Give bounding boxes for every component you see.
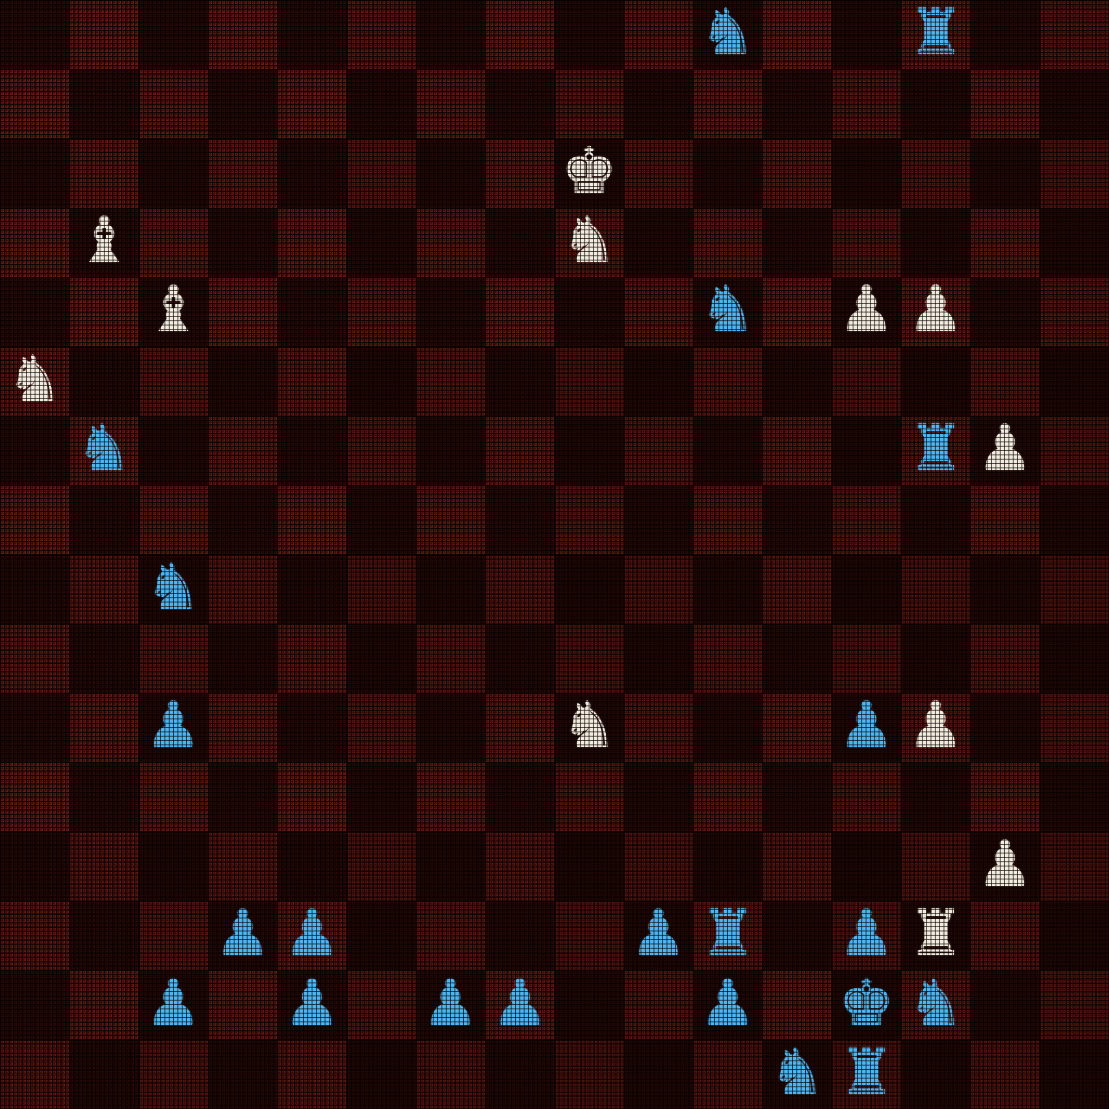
square-r2-c8[interactable]: ♚ xyxy=(555,139,624,208)
square-r2-c9[interactable] xyxy=(624,139,693,208)
square-r4-c11[interactable] xyxy=(762,277,831,346)
square-r15-c8[interactable] xyxy=(555,1040,624,1109)
square-r14-c11[interactable] xyxy=(762,970,831,1039)
square-r10-c12[interactable]: ♟ xyxy=(832,693,901,762)
square-r6-c5[interactable] xyxy=(347,416,416,485)
white-pawn[interactable]: ♟ xyxy=(976,414,1033,483)
square-r8-c3[interactable] xyxy=(208,555,277,624)
square-r15-c7[interactable] xyxy=(485,1040,554,1109)
square-r11-c14[interactable] xyxy=(970,762,1039,831)
square-r6-c0[interactable] xyxy=(0,416,69,485)
square-r10-c5[interactable] xyxy=(347,693,416,762)
square-r12-c14[interactable]: ♟ xyxy=(970,832,1039,901)
blue-pawn[interactable]: ♟ xyxy=(422,969,479,1038)
white-knight[interactable]: ♞ xyxy=(560,206,617,275)
square-r14-c2[interactable]: ♟ xyxy=(139,970,208,1039)
square-r6-c11[interactable] xyxy=(762,416,831,485)
square-r2-c2[interactable] xyxy=(139,139,208,208)
square-r11-c8[interactable] xyxy=(555,762,624,831)
square-r3-c10[interactable] xyxy=(693,208,762,277)
white-pawn[interactable]: ♟ xyxy=(976,830,1033,899)
square-r4-c13[interactable]: ♟ xyxy=(901,277,970,346)
square-r13-c6[interactable] xyxy=(416,901,485,970)
square-r5-c15[interactable] xyxy=(1040,347,1109,416)
square-r4-c2[interactable]: ♝ xyxy=(139,277,208,346)
square-r15-c2[interactable] xyxy=(139,1040,208,1109)
square-r7-c2[interactable] xyxy=(139,485,208,554)
square-r9-c6[interactable] xyxy=(416,624,485,693)
square-r13-c9[interactable]: ♟ xyxy=(624,901,693,970)
square-r13-c13[interactable]: ♜ xyxy=(901,901,970,970)
square-r15-c1[interactable] xyxy=(69,1040,138,1109)
square-r9-c14[interactable] xyxy=(970,624,1039,693)
square-r9-c12[interactable] xyxy=(832,624,901,693)
square-r10-c11[interactable] xyxy=(762,693,831,762)
square-r4-c15[interactable] xyxy=(1040,277,1109,346)
square-r13-c5[interactable] xyxy=(347,901,416,970)
blue-pawn[interactable]: ♟ xyxy=(145,691,202,760)
square-r8-c2[interactable]: ♞ xyxy=(139,555,208,624)
square-r1-c5[interactable] xyxy=(347,69,416,138)
square-r8-c6[interactable] xyxy=(416,555,485,624)
square-r3-c1[interactable]: ♝ xyxy=(69,208,138,277)
square-r4-c9[interactable] xyxy=(624,277,693,346)
square-r4-c3[interactable] xyxy=(208,277,277,346)
square-r1-c0[interactable] xyxy=(0,69,69,138)
square-r12-c11[interactable] xyxy=(762,832,831,901)
square-r13-c12[interactable]: ♟ xyxy=(832,901,901,970)
square-r11-c11[interactable] xyxy=(762,762,831,831)
square-r5-c0[interactable]: ♞ xyxy=(0,347,69,416)
square-r15-c13[interactable] xyxy=(901,1040,970,1109)
square-r15-c12[interactable]: ♜ xyxy=(832,1040,901,1109)
square-r12-c10[interactable] xyxy=(693,832,762,901)
square-r3-c13[interactable] xyxy=(901,208,970,277)
square-r3-c4[interactable] xyxy=(277,208,346,277)
square-r8-c8[interactable] xyxy=(555,555,624,624)
square-r9-c3[interactable] xyxy=(208,624,277,693)
square-r1-c1[interactable] xyxy=(69,69,138,138)
square-r1-c13[interactable] xyxy=(901,69,970,138)
square-r12-c2[interactable] xyxy=(139,832,208,901)
square-r12-c8[interactable] xyxy=(555,832,624,901)
square-r1-c7[interactable] xyxy=(485,69,554,138)
square-r11-c4[interactable] xyxy=(277,762,346,831)
square-r9-c4[interactable] xyxy=(277,624,346,693)
white-pawn[interactable]: ♟ xyxy=(838,275,895,344)
square-r15-c5[interactable] xyxy=(347,1040,416,1109)
square-r11-c7[interactable] xyxy=(485,762,554,831)
square-r14-c12[interactable]: ♚ xyxy=(832,970,901,1039)
square-r9-c7[interactable] xyxy=(485,624,554,693)
square-r3-c6[interactable] xyxy=(416,208,485,277)
square-r15-c4[interactable] xyxy=(277,1040,346,1109)
square-r7-c9[interactable] xyxy=(624,485,693,554)
square-r0-c15[interactable] xyxy=(1040,0,1109,69)
square-r10-c9[interactable] xyxy=(624,693,693,762)
square-r7-c4[interactable] xyxy=(277,485,346,554)
blue-knight[interactable]: ♞ xyxy=(75,414,132,483)
square-r13-c14[interactable] xyxy=(970,901,1039,970)
square-r0-c1[interactable] xyxy=(69,0,138,69)
square-r5-c7[interactable] xyxy=(485,347,554,416)
square-r11-c3[interactable] xyxy=(208,762,277,831)
square-r10-c6[interactable] xyxy=(416,693,485,762)
square-r2-c13[interactable] xyxy=(901,139,970,208)
square-r3-c5[interactable] xyxy=(347,208,416,277)
square-r11-c12[interactable] xyxy=(832,762,901,831)
square-r7-c10[interactable] xyxy=(693,485,762,554)
square-r5-c2[interactable] xyxy=(139,347,208,416)
square-r7-c13[interactable] xyxy=(901,485,970,554)
square-r10-c2[interactable]: ♟ xyxy=(139,693,208,762)
white-king[interactable]: ♚ xyxy=(560,137,617,206)
square-r5-c1[interactable] xyxy=(69,347,138,416)
square-r7-c1[interactable] xyxy=(69,485,138,554)
square-r13-c15[interactable] xyxy=(1040,901,1109,970)
blue-pawn[interactable]: ♟ xyxy=(630,899,687,968)
square-r4-c1[interactable] xyxy=(69,277,138,346)
square-r1-c2[interactable] xyxy=(139,69,208,138)
square-r2-c5[interactable] xyxy=(347,139,416,208)
square-r11-c9[interactable] xyxy=(624,762,693,831)
square-r14-c14[interactable] xyxy=(970,970,1039,1039)
square-r12-c13[interactable] xyxy=(901,832,970,901)
white-rook[interactable]: ♜ xyxy=(907,899,964,968)
square-r0-c14[interactable] xyxy=(970,0,1039,69)
square-r8-c9[interactable] xyxy=(624,555,693,624)
square-r9-c5[interactable] xyxy=(347,624,416,693)
white-bishop[interactable]: ♝ xyxy=(145,275,202,344)
square-r0-c10[interactable]: ♞ xyxy=(693,0,762,69)
square-r15-c14[interactable] xyxy=(970,1040,1039,1109)
square-r1-c10[interactable] xyxy=(693,69,762,138)
square-r15-c9[interactable] xyxy=(624,1040,693,1109)
square-r9-c10[interactable] xyxy=(693,624,762,693)
square-r10-c15[interactable] xyxy=(1040,693,1109,762)
square-r15-c3[interactable] xyxy=(208,1040,277,1109)
square-r0-c2[interactable] xyxy=(139,0,208,69)
square-r2-c15[interactable] xyxy=(1040,139,1109,208)
square-r3-c8[interactable]: ♞ xyxy=(555,208,624,277)
square-r6-c14[interactable]: ♟ xyxy=(970,416,1039,485)
square-r2-c10[interactable] xyxy=(693,139,762,208)
square-r3-c0[interactable] xyxy=(0,208,69,277)
square-r3-c12[interactable] xyxy=(832,208,901,277)
square-r1-c3[interactable] xyxy=(208,69,277,138)
square-r11-c13[interactable] xyxy=(901,762,970,831)
square-r10-c4[interactable] xyxy=(277,693,346,762)
square-r5-c4[interactable] xyxy=(277,347,346,416)
square-r14-c9[interactable] xyxy=(624,970,693,1039)
square-r14-c3[interactable] xyxy=(208,970,277,1039)
square-r1-c15[interactable] xyxy=(1040,69,1109,138)
square-r6-c12[interactable] xyxy=(832,416,901,485)
square-r5-c8[interactable] xyxy=(555,347,624,416)
square-r5-c12[interactable] xyxy=(832,347,901,416)
square-r12-c0[interactable] xyxy=(0,832,69,901)
square-r11-c5[interactable] xyxy=(347,762,416,831)
square-r3-c15[interactable] xyxy=(1040,208,1109,277)
square-r11-c10[interactable] xyxy=(693,762,762,831)
square-r13-c10[interactable]: ♜ xyxy=(693,901,762,970)
square-r0-c7[interactable] xyxy=(485,0,554,69)
square-r13-c7[interactable] xyxy=(485,901,554,970)
blue-knight[interactable]: ♞ xyxy=(145,553,202,622)
square-r1-c11[interactable] xyxy=(762,69,831,138)
square-r12-c6[interactable] xyxy=(416,832,485,901)
square-r13-c1[interactable] xyxy=(69,901,138,970)
blue-pawn[interactable]: ♟ xyxy=(838,899,895,968)
square-r12-c3[interactable] xyxy=(208,832,277,901)
square-r1-c9[interactable] xyxy=(624,69,693,138)
square-r8-c7[interactable] xyxy=(485,555,554,624)
square-r6-c3[interactable] xyxy=(208,416,277,485)
square-r6-c15[interactable] xyxy=(1040,416,1109,485)
square-r8-c15[interactable] xyxy=(1040,555,1109,624)
square-r3-c3[interactable] xyxy=(208,208,277,277)
square-r4-c14[interactable] xyxy=(970,277,1039,346)
square-r8-c5[interactable] xyxy=(347,555,416,624)
square-r7-c14[interactable] xyxy=(970,485,1039,554)
square-r0-c9[interactable] xyxy=(624,0,693,69)
square-r9-c2[interactable] xyxy=(139,624,208,693)
square-r11-c15[interactable] xyxy=(1040,762,1109,831)
square-r0-c6[interactable] xyxy=(416,0,485,69)
square-r13-c3[interactable]: ♟ xyxy=(208,901,277,970)
chess-board: ♞♜♚♝♞♝♞♟♟♞♞♜♟♞♟♞♟♟♟♟♟♟♜♟♜♟♟♟♟♟♚♞♞♜ xyxy=(0,0,1109,1109)
square-r1-c14[interactable] xyxy=(970,69,1039,138)
square-r8-c13[interactable] xyxy=(901,555,970,624)
square-r2-c14[interactable] xyxy=(970,139,1039,208)
square-r7-c0[interactable] xyxy=(0,485,69,554)
square-r0-c0[interactable] xyxy=(0,0,69,69)
blue-pawn[interactable]: ♟ xyxy=(283,899,340,968)
square-r5-c3[interactable] xyxy=(208,347,277,416)
square-r14-c0[interactable] xyxy=(0,970,69,1039)
blue-rook[interactable]: ♜ xyxy=(907,0,964,67)
square-r12-c7[interactable] xyxy=(485,832,554,901)
square-r0-c4[interactable] xyxy=(277,0,346,69)
square-r5-c14[interactable] xyxy=(970,347,1039,416)
square-r7-c5[interactable] xyxy=(347,485,416,554)
square-r9-c9[interactable] xyxy=(624,624,693,693)
square-r5-c5[interactable] xyxy=(347,347,416,416)
square-r10-c8[interactable]: ♞ xyxy=(555,693,624,762)
square-r7-c7[interactable] xyxy=(485,485,554,554)
square-r15-c0[interactable] xyxy=(0,1040,69,1109)
blue-pawn[interactable]: ♟ xyxy=(838,691,895,760)
square-r3-c7[interactable] xyxy=(485,208,554,277)
square-r5-c9[interactable] xyxy=(624,347,693,416)
square-r5-c10[interactable] xyxy=(693,347,762,416)
square-r9-c1[interactable] xyxy=(69,624,138,693)
square-r13-c0[interactable] xyxy=(0,901,69,970)
square-r0-c3[interactable] xyxy=(208,0,277,69)
square-r2-c1[interactable] xyxy=(69,139,138,208)
square-r6-c1[interactable]: ♞ xyxy=(69,416,138,485)
square-r11-c2[interactable] xyxy=(139,762,208,831)
square-r6-c10[interactable] xyxy=(693,416,762,485)
square-r0-c12[interactable] xyxy=(832,0,901,69)
square-r10-c7[interactable] xyxy=(485,693,554,762)
square-r9-c15[interactable] xyxy=(1040,624,1109,693)
blue-pawn[interactable]: ♟ xyxy=(699,969,756,1038)
square-r14-c7[interactable]: ♟ xyxy=(485,970,554,1039)
white-pawn[interactable]: ♟ xyxy=(907,691,964,760)
square-r12-c15[interactable] xyxy=(1040,832,1109,901)
square-r2-c3[interactable] xyxy=(208,139,277,208)
square-r1-c4[interactable] xyxy=(277,69,346,138)
square-r13-c2[interactable] xyxy=(139,901,208,970)
square-r4-c8[interactable] xyxy=(555,277,624,346)
square-r9-c0[interactable] xyxy=(0,624,69,693)
square-r7-c11[interactable] xyxy=(762,485,831,554)
square-r2-c11[interactable] xyxy=(762,139,831,208)
blue-rook[interactable]: ♜ xyxy=(907,414,964,483)
square-r4-c10[interactable]: ♞ xyxy=(693,277,762,346)
square-r13-c11[interactable] xyxy=(762,901,831,970)
square-r8-c1[interactable] xyxy=(69,555,138,624)
square-r13-c8[interactable] xyxy=(555,901,624,970)
blue-knight[interactable]: ♞ xyxy=(768,1038,825,1107)
square-r4-c0[interactable] xyxy=(0,277,69,346)
square-r10-c13[interactable]: ♟ xyxy=(901,693,970,762)
square-r2-c7[interactable] xyxy=(485,139,554,208)
blue-pawn[interactable]: ♟ xyxy=(145,969,202,1038)
square-r1-c8[interactable] xyxy=(555,69,624,138)
blue-rook[interactable]: ♜ xyxy=(699,899,756,968)
square-r11-c0[interactable] xyxy=(0,762,69,831)
square-r7-c3[interactable] xyxy=(208,485,277,554)
square-r7-c15[interactable] xyxy=(1040,485,1109,554)
square-r0-c5[interactable] xyxy=(347,0,416,69)
square-r8-c11[interactable] xyxy=(762,555,831,624)
square-r14-c10[interactable]: ♟ xyxy=(693,970,762,1039)
square-r13-c4[interactable]: ♟ xyxy=(277,901,346,970)
square-r9-c8[interactable] xyxy=(555,624,624,693)
square-r10-c3[interactable] xyxy=(208,693,277,762)
square-r9-c13[interactable] xyxy=(901,624,970,693)
square-r3-c9[interactable] xyxy=(624,208,693,277)
square-r15-c10[interactable] xyxy=(693,1040,762,1109)
square-r3-c11[interactable] xyxy=(762,208,831,277)
square-r7-c6[interactable] xyxy=(416,485,485,554)
square-r4-c4[interactable] xyxy=(277,277,346,346)
square-r10-c1[interactable] xyxy=(69,693,138,762)
square-r6-c8[interactable] xyxy=(555,416,624,485)
blue-king[interactable]: ♚ xyxy=(838,969,895,1038)
square-r6-c7[interactable] xyxy=(485,416,554,485)
white-knight[interactable]: ♞ xyxy=(560,691,617,760)
blue-knight[interactable]: ♞ xyxy=(907,969,964,1038)
square-r5-c6[interactable] xyxy=(416,347,485,416)
square-r10-c0[interactable] xyxy=(0,693,69,762)
blue-pawn[interactable]: ♟ xyxy=(214,899,271,968)
blue-knight[interactable]: ♞ xyxy=(699,0,756,67)
square-r2-c6[interactable] xyxy=(416,139,485,208)
square-r3-c14[interactable] xyxy=(970,208,1039,277)
square-r5-c11[interactable] xyxy=(762,347,831,416)
square-r8-c14[interactable] xyxy=(970,555,1039,624)
square-r3-c2[interactable] xyxy=(139,208,208,277)
square-r12-c4[interactable] xyxy=(277,832,346,901)
blue-pawn[interactable]: ♟ xyxy=(491,969,548,1038)
square-r14-c5[interactable] xyxy=(347,970,416,1039)
square-r14-c1[interactable] xyxy=(69,970,138,1039)
blue-knight[interactable]: ♞ xyxy=(699,275,756,344)
square-r2-c12[interactable] xyxy=(832,139,901,208)
blue-rook[interactable]: ♜ xyxy=(838,1038,895,1107)
square-r8-c4[interactable] xyxy=(277,555,346,624)
square-r1-c6[interactable] xyxy=(416,69,485,138)
square-r6-c4[interactable] xyxy=(277,416,346,485)
square-r9-c11[interactable] xyxy=(762,624,831,693)
square-r6-c13[interactable]: ♜ xyxy=(901,416,970,485)
square-r14-c4[interactable]: ♟ xyxy=(277,970,346,1039)
square-r15-c15[interactable] xyxy=(1040,1040,1109,1109)
square-r7-c12[interactable] xyxy=(832,485,901,554)
square-r15-c6[interactable] xyxy=(416,1040,485,1109)
square-r2-c4[interactable] xyxy=(277,139,346,208)
square-r11-c6[interactable] xyxy=(416,762,485,831)
square-r4-c7[interactable] xyxy=(485,277,554,346)
square-r10-c14[interactable] xyxy=(970,693,1039,762)
square-r7-c8[interactable] xyxy=(555,485,624,554)
square-r12-c1[interactable] xyxy=(69,832,138,901)
square-r11-c1[interactable] xyxy=(69,762,138,831)
square-r12-c5[interactable] xyxy=(347,832,416,901)
square-r6-c6[interactable] xyxy=(416,416,485,485)
square-r1-c12[interactable] xyxy=(832,69,901,138)
white-pawn[interactable]: ♟ xyxy=(907,275,964,344)
square-r5-c13[interactable] xyxy=(901,347,970,416)
square-r2-c0[interactable] xyxy=(0,139,69,208)
square-r12-c12[interactable] xyxy=(832,832,901,901)
square-r0-c13[interactable]: ♜ xyxy=(901,0,970,69)
square-r14-c13[interactable]: ♞ xyxy=(901,970,970,1039)
square-r0-c8[interactable] xyxy=(555,0,624,69)
blue-pawn[interactable]: ♟ xyxy=(283,969,340,1038)
square-r8-c0[interactable] xyxy=(0,555,69,624)
square-r8-c12[interactable] xyxy=(832,555,901,624)
board-grid: ♞♜♚♝♞♝♞♟♟♞♞♜♟♞♟♞♟♟♟♟♟♟♜♟♜♟♟♟♟♟♚♞♞♜ xyxy=(0,0,1109,1109)
square-r4-c5[interactable] xyxy=(347,277,416,346)
square-r14-c15[interactable] xyxy=(1040,970,1109,1039)
square-r4-c6[interactable] xyxy=(416,277,485,346)
white-bishop[interactable]: ♝ xyxy=(75,206,132,275)
square-r12-c9[interactable] xyxy=(624,832,693,901)
white-knight[interactable]: ♞ xyxy=(6,345,63,414)
square-r6-c9[interactable] xyxy=(624,416,693,485)
square-r10-c10[interactable] xyxy=(693,693,762,762)
square-r15-c11[interactable]: ♞ xyxy=(762,1040,831,1109)
square-r14-c6[interactable]: ♟ xyxy=(416,970,485,1039)
square-r8-c10[interactable] xyxy=(693,555,762,624)
square-r0-c11[interactable] xyxy=(762,0,831,69)
square-r4-c12[interactable]: ♟ xyxy=(832,277,901,346)
square-r6-c2[interactable] xyxy=(139,416,208,485)
square-r14-c8[interactable] xyxy=(555,970,624,1039)
